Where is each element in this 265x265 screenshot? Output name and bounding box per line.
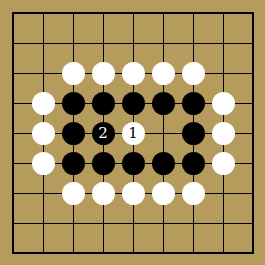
black-stone bbox=[182, 92, 205, 115]
intersection bbox=[28, 148, 58, 178]
intersection bbox=[178, 88, 208, 118]
intersection bbox=[0, 148, 28, 178]
intersection bbox=[178, 208, 208, 238]
black-stone bbox=[152, 152, 175, 175]
intersection bbox=[208, 178, 238, 208]
intersection bbox=[0, 238, 28, 265]
white-stone bbox=[212, 152, 235, 175]
intersection bbox=[58, 0, 88, 28]
intersection bbox=[28, 58, 58, 88]
intersection bbox=[208, 88, 238, 118]
intersection bbox=[58, 88, 88, 118]
intersection bbox=[238, 118, 265, 148]
intersection bbox=[148, 58, 178, 88]
intersection bbox=[208, 58, 238, 88]
black-stone-move-2: 2 bbox=[92, 122, 115, 145]
intersection bbox=[208, 238, 238, 265]
intersection bbox=[238, 28, 265, 58]
black-stone bbox=[62, 92, 85, 115]
stone-layer: 21 bbox=[0, 0, 265, 265]
white-stone bbox=[182, 62, 205, 85]
white-stone bbox=[152, 62, 175, 85]
intersection bbox=[238, 0, 265, 28]
white-stone bbox=[32, 122, 55, 145]
intersection bbox=[88, 238, 118, 265]
intersection bbox=[28, 208, 58, 238]
white-stone bbox=[182, 182, 205, 205]
black-stone bbox=[62, 122, 85, 145]
intersection bbox=[208, 118, 238, 148]
intersection bbox=[0, 208, 28, 238]
intersection: 1 bbox=[118, 118, 148, 148]
black-stone bbox=[182, 152, 205, 175]
intersection bbox=[148, 88, 178, 118]
intersection bbox=[178, 0, 208, 28]
intersection bbox=[28, 0, 58, 28]
intersection bbox=[88, 88, 118, 118]
intersection bbox=[0, 58, 28, 88]
intersection bbox=[58, 28, 88, 58]
intersection bbox=[238, 58, 265, 88]
intersection bbox=[118, 28, 148, 58]
intersection bbox=[178, 178, 208, 208]
intersection bbox=[208, 0, 238, 28]
white-stone bbox=[62, 62, 85, 85]
intersection bbox=[88, 28, 118, 58]
black-stone bbox=[152, 92, 175, 115]
intersection: 2 bbox=[88, 118, 118, 148]
white-stone bbox=[32, 92, 55, 115]
go-board: 21 bbox=[0, 0, 265, 265]
intersection bbox=[148, 238, 178, 265]
intersection bbox=[238, 208, 265, 238]
intersection bbox=[238, 238, 265, 265]
white-stone bbox=[212, 92, 235, 115]
black-stone bbox=[92, 152, 115, 175]
intersection bbox=[28, 28, 58, 58]
black-stone bbox=[62, 152, 85, 175]
black-stone bbox=[92, 92, 115, 115]
intersection bbox=[118, 148, 148, 178]
intersection bbox=[28, 178, 58, 208]
intersection bbox=[58, 58, 88, 88]
intersection bbox=[0, 0, 28, 28]
white-stone bbox=[92, 62, 115, 85]
intersection bbox=[118, 238, 148, 265]
white-stone bbox=[32, 152, 55, 175]
intersection bbox=[88, 208, 118, 238]
intersection bbox=[118, 0, 148, 28]
intersection bbox=[88, 0, 118, 28]
intersection bbox=[238, 178, 265, 208]
intersection bbox=[208, 208, 238, 238]
intersection bbox=[148, 118, 178, 148]
intersection bbox=[88, 178, 118, 208]
intersection bbox=[118, 208, 148, 238]
black-stone bbox=[122, 152, 145, 175]
intersection bbox=[238, 88, 265, 118]
white-stone bbox=[62, 182, 85, 205]
intersection bbox=[28, 118, 58, 148]
intersection bbox=[208, 148, 238, 178]
intersection bbox=[58, 148, 88, 178]
intersection bbox=[118, 88, 148, 118]
intersection bbox=[58, 178, 88, 208]
intersection bbox=[0, 88, 28, 118]
intersection bbox=[148, 148, 178, 178]
intersection bbox=[88, 148, 118, 178]
intersection bbox=[58, 238, 88, 265]
white-stone bbox=[92, 182, 115, 205]
intersection bbox=[148, 0, 178, 28]
intersection bbox=[0, 28, 28, 58]
intersection bbox=[28, 238, 58, 265]
intersection bbox=[178, 238, 208, 265]
intersection bbox=[88, 58, 118, 88]
white-stone-move-1: 1 bbox=[122, 122, 145, 145]
white-stone bbox=[212, 122, 235, 145]
white-stone bbox=[122, 182, 145, 205]
intersection bbox=[148, 178, 178, 208]
intersection bbox=[58, 208, 88, 238]
intersection bbox=[118, 58, 148, 88]
white-stone bbox=[152, 182, 175, 205]
intersection bbox=[208, 28, 238, 58]
intersection bbox=[0, 178, 28, 208]
black-stone bbox=[182, 122, 205, 145]
intersection bbox=[178, 148, 208, 178]
intersection bbox=[178, 118, 208, 148]
intersection bbox=[28, 88, 58, 118]
intersection bbox=[0, 118, 28, 148]
black-stone bbox=[122, 92, 145, 115]
intersection bbox=[118, 178, 148, 208]
intersection bbox=[58, 118, 88, 148]
intersection bbox=[148, 208, 178, 238]
intersection bbox=[238, 148, 265, 178]
intersection bbox=[148, 28, 178, 58]
intersection bbox=[178, 58, 208, 88]
intersection bbox=[178, 28, 208, 58]
white-stone bbox=[122, 62, 145, 85]
